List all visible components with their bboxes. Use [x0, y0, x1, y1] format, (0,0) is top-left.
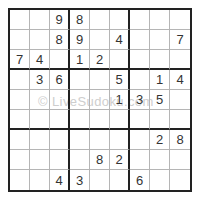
cell-r9c3[interactable]: 4 [50, 170, 70, 190]
cell-r2c5[interactable] [90, 30, 110, 50]
cell-r7c9[interactable]: 8 [170, 130, 190, 150]
cell-r9c8[interactable] [150, 170, 170, 190]
cell-r5c1[interactable] [10, 90, 30, 110]
cell-r8c9[interactable] [170, 150, 190, 170]
cell-r4c5[interactable] [90, 70, 110, 90]
cell-r9c2[interactable] [30, 170, 50, 190]
cell-r7c7[interactable] [130, 130, 150, 150]
cell-r7c4[interactable] [70, 130, 90, 150]
cell-r1c7[interactable] [130, 10, 150, 30]
cell-r3c2[interactable]: 4 [30, 50, 50, 70]
cell-r5c4[interactable] [70, 90, 90, 110]
cell-r8c8[interactable] [150, 150, 170, 170]
cell-r8c7[interactable] [130, 150, 150, 170]
cell-r5c7[interactable]: 3 [130, 90, 150, 110]
cell-r7c6[interactable] [110, 130, 130, 150]
cell-r4c8[interactable]: 1 [150, 70, 170, 90]
cell-r8c2[interactable] [30, 150, 50, 170]
cell-r4c3[interactable]: 6 [50, 70, 70, 90]
cell-r9c1[interactable] [10, 170, 30, 190]
cell-r5c2[interactable] [30, 90, 50, 110]
cell-r7c1[interactable] [10, 130, 30, 150]
cell-r9c9[interactable] [170, 170, 190, 190]
cell-r6c5[interactable] [90, 110, 110, 130]
cell-r9c4[interactable]: 3 [70, 170, 90, 190]
cell-r6c4[interactable] [70, 110, 90, 130]
cell-r7c5[interactable] [90, 130, 110, 150]
cell-r4c6[interactable]: 5 [110, 70, 130, 90]
cell-r8c6[interactable]: 2 [110, 150, 130, 170]
cell-r7c3[interactable] [50, 130, 70, 150]
cell-r1c9[interactable] [170, 10, 190, 30]
cell-r6c3[interactable] [50, 110, 70, 130]
cell-r5c3[interactable] [50, 90, 70, 110]
cell-r1c6[interactable] [110, 10, 130, 30]
cell-r6c7[interactable] [130, 110, 150, 130]
cell-r3c8[interactable] [150, 50, 170, 70]
cell-r5c8[interactable]: 5 [150, 90, 170, 110]
cell-r1c5[interactable] [90, 10, 110, 30]
cell-r8c1[interactable] [10, 150, 30, 170]
cell-r8c4[interactable] [70, 150, 90, 170]
cell-r4c7[interactable] [130, 70, 150, 90]
cell-r2c7[interactable] [130, 30, 150, 50]
cell-r6c1[interactable] [10, 110, 30, 130]
cell-r6c2[interactable] [30, 110, 50, 130]
cell-r2c8[interactable] [150, 30, 170, 50]
cell-r3c3[interactable] [50, 50, 70, 70]
cell-r9c6[interactable] [110, 170, 130, 190]
cell-r6c8[interactable] [150, 110, 170, 130]
cell-r8c3[interactable] [50, 150, 70, 170]
cell-r2c1[interactable] [10, 30, 30, 50]
cell-r3c7[interactable] [130, 50, 150, 70]
cell-r4c2[interactable]: 3 [30, 70, 50, 90]
cell-r9c7[interactable]: 6 [130, 170, 150, 190]
cell-r5c5[interactable] [90, 90, 110, 110]
cell-r7c2[interactable] [30, 130, 50, 150]
cell-r7c8[interactable]: 2 [150, 130, 170, 150]
cell-r2c6[interactable]: 4 [110, 30, 130, 50]
cell-r1c2[interactable] [30, 10, 50, 30]
cell-r1c4[interactable]: 8 [70, 10, 90, 30]
cell-r1c8[interactable] [150, 10, 170, 30]
cell-r3c1[interactable]: 7 [10, 50, 30, 70]
cell-r3c6[interactable] [110, 50, 130, 70]
cell-r6c6[interactable] [110, 110, 130, 130]
cell-r9c5[interactable] [90, 170, 110, 190]
cell-r2c9[interactable]: 7 [170, 30, 190, 50]
cell-r3c9[interactable] [170, 50, 190, 70]
cell-r5c6[interactable]: 1 [110, 90, 130, 110]
cell-r8c5[interactable]: 8 [90, 150, 110, 170]
cell-r2c3[interactable]: 8 [50, 30, 70, 50]
cell-r1c3[interactable]: 9 [50, 10, 70, 30]
cell-r1c1[interactable] [10, 10, 30, 30]
cell-r6c9[interactable] [170, 110, 190, 130]
cell-r2c2[interactable] [30, 30, 50, 50]
cell-r4c4[interactable] [70, 70, 90, 90]
sudoku-grid: 9889477412365141352882436 [10, 10, 190, 190]
cell-r4c1[interactable] [10, 70, 30, 90]
cell-r4c9[interactable]: 4 [170, 70, 190, 90]
cell-r5c9[interactable] [170, 90, 190, 110]
cell-r3c5[interactable]: 2 [90, 50, 110, 70]
cell-r2c4[interactable]: 9 [70, 30, 90, 50]
cell-r3c4[interactable]: 1 [70, 50, 90, 70]
sudoku-board: © LiveSudoku.com 98894774123651413528824… [8, 8, 192, 192]
